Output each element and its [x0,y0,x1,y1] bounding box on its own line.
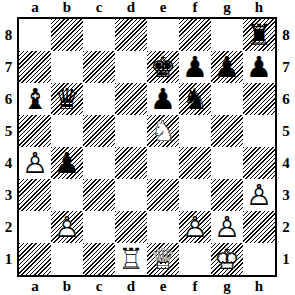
piece-black-pawn-e6: ♟ [147,83,179,115]
square-g8[interactable] [211,19,243,51]
square-c1[interactable] [83,243,115,275]
square-b8[interactable] [51,19,83,51]
square-b1[interactable] [51,243,83,275]
file-label-bottom-f: f [179,277,211,295]
file-labels-bottom: abcdefgh [19,277,275,295]
square-h8[interactable]: ♜ [243,19,275,51]
piece-white-king-g1: ♔ [211,243,243,275]
square-e8[interactable] [147,19,179,51]
rank-label-right-4: 4 [277,147,295,179]
square-a2[interactable] [19,211,51,243]
piece-white-pawn-b2-fill: ♟ [51,211,83,243]
piece-white-king-g1-fill: ♚ [211,243,243,275]
rank-label-right-5: 5 [277,115,295,147]
piece-white-pawn-g2-fill: ♟ [211,211,243,243]
file-label-top-f: f [179,0,211,16]
file-labels-top: abcdefgh [19,0,275,16]
piece-white-pawn-a4-fill: ♟ [19,147,51,179]
rank-label-left-8: 8 [0,19,17,51]
square-h2[interactable] [243,211,275,243]
rank-label-right-7: 7 [277,51,295,83]
file-label-top-d: d [115,0,147,16]
rank-label-left-5: 5 [0,115,17,147]
square-e5[interactable]: ♞♘ [147,115,179,147]
square-e2[interactable] [147,211,179,243]
file-label-top-c: c [83,0,115,16]
chess-board: ♜♚♟♟♟♝♛♟♞♞♘♟♙♟♟♙♟♙♟♙♟♙♜♖♛♕♚♔ [17,17,277,277]
square-d7[interactable] [115,51,147,83]
piece-white-queen-e1-fill: ♛ [147,243,179,275]
file-label-bottom-b: b [51,277,83,295]
piece-black-queen-b6: ♛ [51,83,83,115]
square-c6[interactable] [83,83,115,115]
square-b5[interactable] [51,115,83,147]
square-a4[interactable]: ♟♙ [19,147,51,179]
piece-white-rook-d1-fill: ♜ [115,243,147,275]
square-g7[interactable]: ♟ [211,51,243,83]
file-label-bottom-c: c [83,277,115,295]
piece-black-pawn-g7: ♟ [211,51,243,83]
file-label-top-a: a [19,0,51,16]
file-label-bottom-d: d [115,277,147,295]
rank-label-right-8: 8 [277,19,295,51]
square-f5[interactable] [179,115,211,147]
file-label-top-b: b [51,0,83,16]
square-g1[interactable]: ♚♔ [211,243,243,275]
piece-black-king-e7: ♚ [147,51,179,83]
file-label-bottom-e: e [147,277,179,295]
rank-label-right-3: 3 [277,179,295,211]
square-g3[interactable] [211,179,243,211]
piece-white-pawn-g2: ♙ [211,211,243,243]
rank-labels-right: 87654321 [277,19,295,275]
piece-white-knight-e5: ♘ [147,115,179,147]
square-e7[interactable]: ♚ [147,51,179,83]
square-a1[interactable] [19,243,51,275]
square-g5[interactable] [211,115,243,147]
square-b7[interactable] [51,51,83,83]
square-d1[interactable]: ♜♖ [115,243,147,275]
square-e6[interactable]: ♟ [147,83,179,115]
rank-label-left-6: 6 [0,83,17,115]
square-a5[interactable] [19,115,51,147]
square-d8[interactable] [115,19,147,51]
piece-white-queen-e1: ♕ [147,243,179,275]
square-b6[interactable]: ♛ [51,83,83,115]
square-e1[interactable]: ♛♕ [147,243,179,275]
square-c3[interactable] [83,179,115,211]
file-label-bottom-g: g [211,277,243,295]
square-a3[interactable] [19,179,51,211]
piece-white-knight-e5-fill: ♞ [147,115,179,147]
square-e4[interactable] [147,147,179,179]
square-d5[interactable] [115,115,147,147]
file-label-bottom-a: a [19,277,51,295]
piece-black-bishop-a6: ♝ [19,83,51,115]
square-a7[interactable] [19,51,51,83]
square-c8[interactable] [83,19,115,51]
piece-white-rook-d1: ♖ [115,243,147,275]
square-f2[interactable]: ♟♙ [179,211,211,243]
piece-black-knight-f6: ♞ [179,83,211,115]
rank-label-right-1: 1 [277,243,295,275]
square-g4[interactable] [211,147,243,179]
square-e3[interactable] [147,179,179,211]
square-c5[interactable] [83,115,115,147]
piece-white-pawn-b2: ♙ [51,211,83,243]
square-h4[interactable] [243,147,275,179]
square-h1[interactable] [243,243,275,275]
square-h7[interactable]: ♟ [243,51,275,83]
square-a6[interactable]: ♝ [19,83,51,115]
square-f8[interactable] [179,19,211,51]
square-d2[interactable] [115,211,147,243]
square-h3[interactable]: ♟♙ [243,179,275,211]
piece-black-pawn-h7: ♟ [243,51,275,83]
file-label-bottom-h: h [243,277,275,295]
square-b3[interactable] [51,179,83,211]
square-h6[interactable] [243,83,275,115]
square-g6[interactable] [211,83,243,115]
square-f4[interactable] [179,147,211,179]
piece-white-pawn-a4: ♙ [19,147,51,179]
square-d4[interactable] [115,147,147,179]
rank-label-right-2: 2 [277,211,295,243]
square-b4[interactable]: ♟ [51,147,83,179]
file-label-top-h: h [243,0,275,16]
square-d3[interactable] [115,179,147,211]
square-b2[interactable]: ♟♙ [51,211,83,243]
square-f3[interactable] [179,179,211,211]
piece-white-pawn-f2-fill: ♟ [179,211,211,243]
piece-white-pawn-h3-fill: ♟ [243,179,275,211]
rank-label-left-7: 7 [0,51,17,83]
square-c7[interactable] [83,51,115,83]
piece-black-rook-h8: ♜ [243,19,275,51]
square-g2[interactable]: ♟♙ [211,211,243,243]
file-label-top-g: g [211,0,243,16]
square-f1[interactable] [179,243,211,275]
square-h5[interactable] [243,115,275,147]
square-d6[interactable] [115,83,147,115]
square-f7[interactable]: ♟ [179,51,211,83]
rank-label-left-4: 4 [0,147,17,179]
piece-black-pawn-f7: ♟ [179,51,211,83]
square-c2[interactable] [83,211,115,243]
rank-labels-left: 87654321 [0,19,17,275]
rank-label-right-6: 6 [277,83,295,115]
square-f6[interactable]: ♞ [179,83,211,115]
piece-white-pawn-h3: ♙ [243,179,275,211]
rank-label-left-2: 2 [0,211,17,243]
file-label-top-e: e [147,0,179,16]
square-c4[interactable] [83,147,115,179]
chess-diagram: abcdefgh abcdefgh 87654321 87654321 ♜♚♟♟… [0,0,295,295]
rank-label-left-1: 1 [0,243,17,275]
rank-label-left-3: 3 [0,179,17,211]
piece-white-pawn-f2: ♙ [179,211,211,243]
piece-black-pawn-b4: ♟ [51,147,83,179]
square-a8[interactable] [19,19,51,51]
